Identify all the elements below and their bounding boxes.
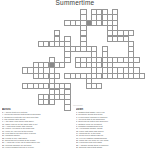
cell-r14c14[interactable] — [96, 83, 102, 89]
cell-r17c5[interactable] — [49, 99, 55, 105]
page-title: Summertime — [0, 0, 150, 6]
cell-r12c22[interactable] — [139, 73, 145, 79]
across-clue-31: 31. Month in the middle of summer — [2, 149, 73, 151]
crossword-grid — [22, 9, 150, 111]
down-clue-29: 29. Ride with two wheels — [76, 149, 148, 151]
watermark: WordMint — [73, 104, 82, 106]
cell-r10c7[interactable] — [59, 62, 65, 68]
across-clues: Across 2. A frozen treat on a hot day4. … — [2, 108, 73, 150]
down-clues: Down 1. Glasses that shade your eyes2. N… — [76, 108, 148, 150]
across-clue-list: 2. A frozen treat on a hot day4. Weekend… — [2, 111, 73, 150]
down-clue-list: 1. Glasses that shade your eyes2. No sch… — [76, 111, 148, 150]
